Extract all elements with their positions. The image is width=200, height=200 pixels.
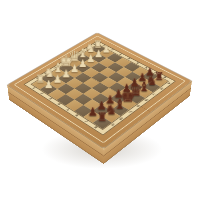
chess-set-photo: 12345678 12345678 abcdefgh abcdefgh ♜♟♟♜… (0, 0, 200, 200)
white-pawn: ♟ (78, 58, 87, 68)
white-pawn: ♟ (86, 54, 95, 64)
white-pawn: ♟ (53, 74, 62, 85)
white-pawn: ♟ (44, 79, 54, 90)
white-pawn: ♟ (70, 63, 79, 73)
white-pawn: ♟ (61, 68, 70, 78)
white-pawn: ♟ (102, 44, 111, 54)
black-rook: ♜ (97, 111, 108, 123)
white-pawn: ♟ (94, 49, 103, 59)
